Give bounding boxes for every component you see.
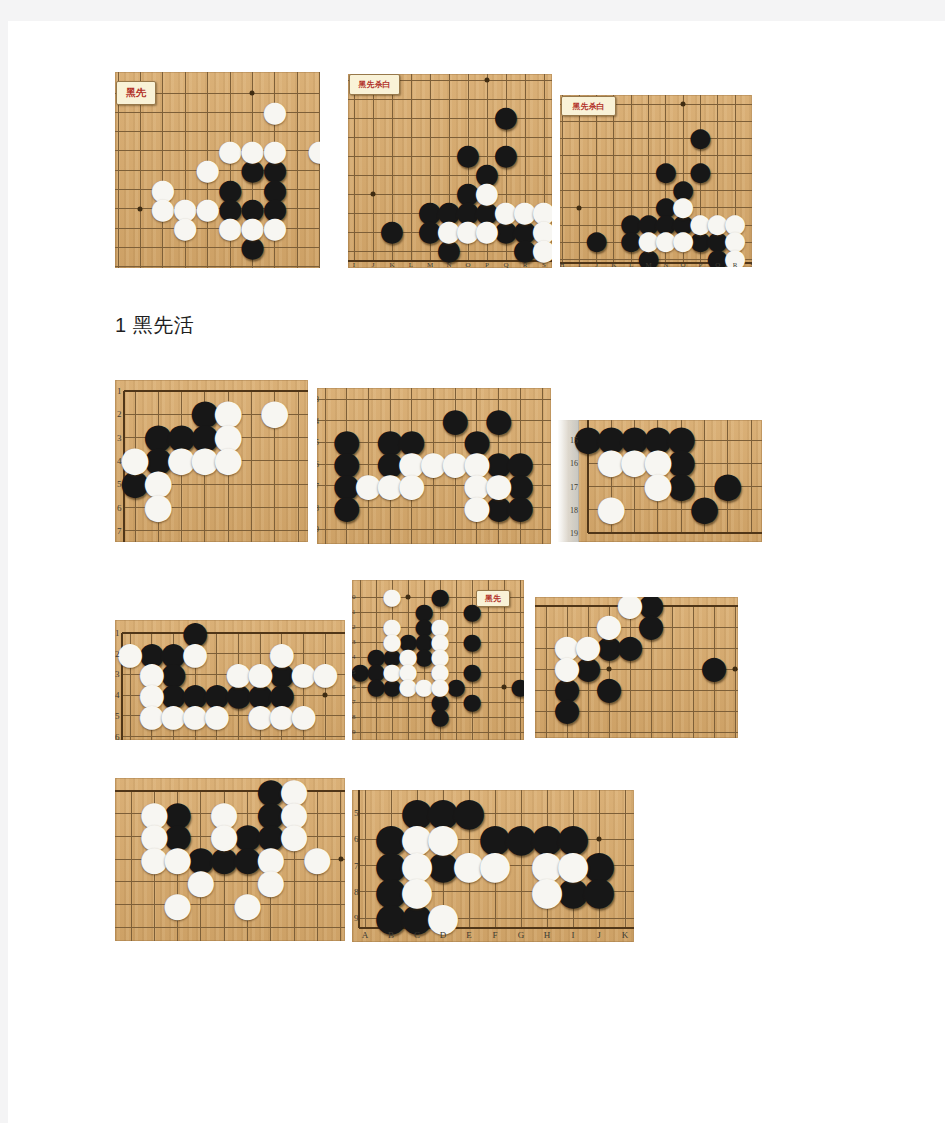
col-label: O — [681, 261, 686, 267]
white-stone: ● — [596, 491, 627, 526]
row-label: 3 — [117, 433, 122, 443]
white-stone: ● — [209, 818, 239, 852]
white-stone: ● — [182, 637, 209, 668]
white-stone: ● — [143, 489, 174, 524]
row-label: 8 — [354, 887, 359, 897]
row-label: 7 — [317, 481, 319, 490]
board-edge-line — [124, 390, 308, 392]
white-stone: ● — [307, 136, 320, 165]
row-label: 4 — [115, 690, 120, 700]
go-board-3: ●●●●●●●●●●●●●●●●●●●●●●●●HIJKLMNOPQRS黑先杀白 — [560, 95, 752, 267]
col-label: H — [544, 930, 551, 940]
grid-line — [115, 112, 320, 113]
row-label: 6 — [117, 503, 122, 513]
white-stone: ● — [290, 699, 317, 730]
board-edge-line — [588, 532, 762, 534]
col-label: A — [362, 930, 369, 940]
star-point — [502, 685, 507, 690]
grid-line — [122, 736, 345, 737]
grid-line — [542, 388, 543, 544]
white-stone: ● — [247, 658, 274, 689]
col-label: K — [389, 261, 394, 268]
grid-line — [317, 529, 551, 530]
white-stone: ● — [233, 886, 263, 920]
star-point — [250, 91, 255, 96]
row-label: 2 — [117, 409, 122, 419]
grid-line — [411, 74, 412, 261]
col-label: F — [492, 930, 497, 940]
row-label: 5 — [115, 711, 120, 721]
grid-line — [124, 530, 308, 531]
row-label: 8 — [317, 503, 319, 512]
row-label: 15 — [570, 436, 578, 445]
row-label: 3 — [317, 395, 319, 404]
col-label: N — [446, 261, 451, 268]
row-label: 9 — [352, 728, 356, 736]
star-point — [138, 206, 143, 211]
white-stone: ● — [262, 97, 287, 126]
col-label: N — [663, 261, 668, 267]
row-label: 6 — [354, 834, 359, 844]
star-point — [681, 102, 686, 107]
row-label: 7 — [117, 526, 122, 536]
grid-line — [560, 121, 752, 122]
black-stone: ● — [689, 491, 720, 526]
col-label: P — [485, 261, 489, 268]
white-stone: ● — [463, 490, 491, 523]
go-board-11: ●●●●●●●●●●●●●●●●●●●●●●●●●●56789ABCDEFGHI… — [352, 790, 634, 942]
col-label: S — [750, 261, 752, 267]
white-stone: ● — [213, 442, 244, 477]
section-title: 1 黑先活 — [115, 312, 194, 339]
grid-line — [625, 790, 626, 928]
row-label: 5 — [317, 438, 319, 447]
row-label: 7 — [354, 861, 359, 871]
col-label: Q — [503, 261, 508, 268]
grid-line — [348, 99, 552, 100]
row-label: 1 — [352, 608, 356, 616]
row-label: 4 — [317, 416, 319, 425]
go-board-9: ●●●●●●●●●●●●●● — [535, 597, 738, 738]
col-label: J — [372, 261, 375, 268]
col-label: K — [611, 261, 616, 267]
go-board-5: ●●●●●●●●●●●●●●●●●●●●●●●●●3456789 — [317, 388, 551, 544]
star-point — [338, 857, 343, 862]
col-label: Q — [715, 261, 720, 267]
col-label: I — [578, 261, 580, 267]
white-stone: ● — [203, 699, 230, 730]
star-point — [406, 595, 411, 600]
grid-line — [348, 156, 552, 157]
col-label: R — [733, 261, 738, 267]
star-point — [323, 693, 328, 698]
grid-line — [751, 420, 752, 533]
grid-line — [560, 138, 752, 139]
star-point — [577, 205, 582, 210]
black-stone: ● — [553, 694, 581, 726]
col-label: L — [629, 261, 633, 267]
white-stone: ● — [553, 652, 581, 684]
black-stone: ● — [689, 125, 712, 151]
row-label: 3 — [115, 669, 120, 679]
white-stone: ● — [163, 886, 193, 920]
col-label: S — [542, 261, 546, 268]
row-label: 7 — [352, 698, 356, 706]
grid-line — [115, 927, 345, 928]
col-label: I — [572, 930, 575, 940]
grid-line — [325, 388, 326, 544]
problem-label: 黑先杀白 — [561, 96, 616, 116]
grid-line — [348, 175, 552, 176]
grid-line — [365, 790, 366, 928]
row-label: 3 — [352, 638, 356, 646]
col-label: D — [440, 930, 447, 940]
col-label: B — [388, 930, 394, 940]
problem-label: 黑先 — [476, 590, 510, 607]
row-label: 9 — [354, 913, 359, 923]
col-label: R — [523, 261, 528, 268]
row-label: 1 — [115, 628, 120, 638]
col-label: M — [427, 261, 433, 268]
white-stone: ● — [312, 658, 339, 689]
row-label: 16 — [570, 459, 578, 468]
row-label: 9 — [317, 525, 319, 534]
row-label: 17 — [570, 482, 578, 491]
row-label: 5 — [354, 808, 359, 818]
star-point — [371, 192, 376, 197]
black-stone: ● — [462, 630, 482, 653]
white-stone: ● — [382, 585, 402, 608]
row-label: 18 — [570, 505, 578, 514]
white-stone: ● — [430, 675, 450, 698]
grid-line — [115, 881, 345, 882]
go-board-1: ●●●●●●●●●●●●●●●●●●●●●●黑先 — [115, 72, 320, 268]
row-label: 4 — [352, 653, 356, 661]
row-label: 19 — [570, 529, 578, 538]
black-stone: ● — [494, 103, 519, 132]
col-label: K — [622, 930, 629, 940]
white-stone: ● — [672, 229, 695, 255]
col-label: I — [353, 261, 355, 268]
grid-line — [348, 118, 552, 119]
white-stone: ● — [262, 136, 287, 165]
col-label: O — [465, 261, 470, 268]
white-stone: ● — [260, 396, 291, 431]
white-stone: ● — [530, 871, 564, 910]
go-board-6: ●●●●●●●●●●●●●●1516171819 — [558, 420, 762, 542]
grid-line — [317, 420, 551, 421]
go-board-10: ●●●●●●●●●●●●●●●●●●●●●●●● — [115, 778, 345, 941]
problem-label: 黑先 — [116, 81, 156, 105]
white-stone: ● — [195, 155, 220, 184]
grid-line — [535, 732, 738, 733]
col-label: C — [414, 930, 420, 940]
row-label: 2 — [352, 623, 356, 631]
star-point — [733, 667, 738, 672]
go-board-8: ●●●●●●●●●●●●●●●●●●●●●●●●●●●●●●●●●0123456… — [352, 580, 524, 740]
black-stone: ● — [462, 690, 482, 713]
grid-line — [352, 732, 524, 733]
white-stone: ● — [173, 213, 198, 242]
grid-line — [115, 266, 320, 267]
grid-line — [115, 247, 320, 248]
row-label: 8 — [352, 713, 356, 721]
col-label: J — [595, 261, 598, 267]
problem-label: 黑先杀白 — [349, 74, 400, 95]
grid-line — [317, 399, 551, 400]
go-board-4: ●●●●●●●●●●●●●●●1234567 — [115, 380, 308, 542]
col-label: M — [645, 261, 651, 267]
black-stone: ● — [700, 652, 728, 684]
white-stone: ● — [478, 845, 512, 884]
white-stone: ● — [643, 468, 674, 503]
grid-line — [354, 74, 355, 261]
go-board-7: ●●●●●●●●●●●●●●●●●●●●●●●●●●●123456 — [115, 620, 345, 740]
row-label: 6 — [352, 683, 356, 691]
grid-line — [373, 74, 374, 261]
white-stone: ● — [303, 841, 333, 875]
white-stone: ● — [262, 213, 287, 242]
row-label: 1 — [117, 386, 122, 396]
col-label: G — [518, 930, 525, 940]
black-stone: ● — [595, 673, 623, 705]
row-label: 5 — [117, 479, 122, 489]
black-stone: ● — [510, 675, 524, 698]
black-stone: ● — [380, 217, 405, 246]
col-label: E — [466, 930, 472, 940]
black-stone: ● — [585, 229, 608, 255]
row-label: 0 — [352, 593, 356, 601]
col-label: P — [698, 261, 702, 267]
row-label: 5 — [352, 668, 356, 676]
row-label: 2 — [115, 649, 120, 659]
col-label: J — [597, 930, 601, 940]
black-stone: ● — [430, 705, 450, 728]
grid-line — [348, 137, 552, 138]
col-label: L — [409, 261, 413, 268]
grid-line — [115, 904, 345, 905]
row-label: 4 — [117, 456, 122, 466]
white-stone: ● — [475, 217, 500, 246]
star-point — [485, 78, 490, 83]
go-board-2: ●●●●●●●●●●●●●●●●●●●●●●●●IJKLMNOPQRS黑先杀白 — [348, 74, 552, 268]
row-label: 6 — [115, 732, 120, 741]
col-label: H — [560, 261, 565, 267]
white-stone: ● — [398, 469, 426, 502]
row-label: 6 — [317, 460, 319, 469]
